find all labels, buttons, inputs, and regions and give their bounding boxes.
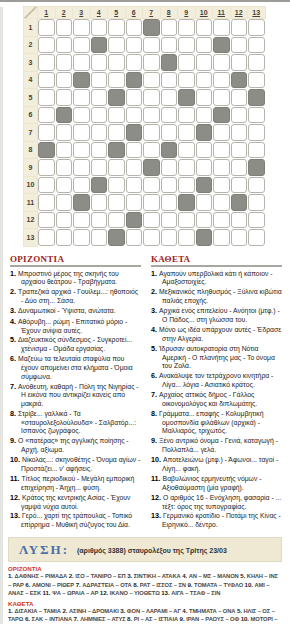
clue-number: 13.: [151, 511, 163, 520]
grid-cell[interactable]: [248, 72, 265, 89]
blocked-cell: [91, 177, 108, 194]
grid-cell[interactable]: [143, 177, 160, 194]
grid-cell[interactable]: [213, 229, 230, 246]
blocked-cell: [143, 19, 160, 36]
grid-cell[interactable]: [108, 212, 125, 229]
grid-cell[interactable]: [161, 159, 178, 176]
clue-item: 3. Αρχικά ενός επιτελείου - Ανόητοι (μτφ…: [151, 307, 282, 324]
blocked-cell: [231, 194, 248, 211]
blocked-cell: [161, 54, 178, 71]
clue-number: 5.: [151, 344, 159, 353]
grid-cell[interactable]: [108, 54, 125, 71]
solution-entry-number: 12.: [100, 589, 110, 596]
blocked-cell: [126, 212, 143, 229]
grid-cell[interactable]: [231, 54, 248, 71]
clue-item: 5. Ίδρυσαν αυτοκρατορία στη Νότια Αμερικ…: [151, 345, 282, 371]
grid-cell[interactable]: [38, 19, 55, 36]
solution-across-header: ΟΡΙΖΟΝΤΙΑ: [8, 565, 282, 572]
clue-number: 6.: [10, 354, 18, 363]
solution-entry-number: 8.: [127, 615, 134, 622]
blocked-cell: [73, 194, 90, 211]
solution-banner: ΛΥΣΗ: (αριθμός 3388) σταυρολέξου της Τρί…: [8, 537, 282, 562]
grid-cell[interactable]: [108, 194, 125, 211]
grid-cell[interactable]: [248, 54, 265, 71]
clue-item: 8. Στρίβε... γαλλικά - Τα «σταυρολεξολού…: [10, 410, 141, 436]
grid-cell[interactable]: [143, 229, 160, 246]
clue-number: 1.: [10, 269, 18, 278]
solution-down-text: 1. ΔΙΣΑΚΙΑ – ΤΑΜΙΑ 2. ΑΣΙΝΗ – ΔΡΟΜΑΚΙ 3.…: [8, 607, 282, 624]
grid-cell[interactable]: [56, 212, 73, 229]
grid-cell[interactable]: [108, 107, 125, 124]
row-label: 7: [24, 124, 37, 141]
grid-cell[interactable]: [73, 37, 90, 54]
grid-cell[interactable]: [178, 177, 195, 194]
grid-cell[interactable]: [108, 159, 125, 176]
solution-entry-number: 6.: [25, 581, 32, 588]
solution-note: (αριθμός 3388) σταυρολέξου της Τρίτης 23…: [77, 547, 227, 554]
row-label: 9: [24, 159, 37, 176]
grid-cell[interactable]: [56, 89, 73, 106]
clue-item: 1. Αγαπούν υπερβολικά κάτι ή κάποιον - Α…: [151, 270, 282, 287]
grid-cell[interactable]: [56, 177, 73, 194]
grid-cell[interactable]: [91, 159, 108, 176]
grid-cell[interactable]: [161, 177, 178, 194]
grid-cell[interactable]: [91, 229, 108, 246]
grid-cell[interactable]: [126, 194, 143, 211]
grid-cell[interactable]: [143, 89, 160, 106]
col-label: 13: [248, 7, 265, 18]
blocked-cell: [213, 37, 230, 54]
clue-number: 11.: [10, 474, 22, 483]
grid-cell[interactable]: [248, 194, 265, 211]
grid-cell[interactable]: [91, 142, 108, 159]
col-label: 3: [73, 7, 90, 18]
clue-item: 6. Μαζεύω τα τελευταία σταφύλια που έχου…: [10, 355, 141, 381]
grid-cell[interactable]: [126, 37, 143, 54]
grid-cell[interactable]: [213, 177, 230, 194]
blocked-cell: [38, 142, 55, 159]
clue-number: 2.: [151, 287, 159, 296]
clue-item: 4. Μόνο ως ιδέα υπάρχουν αυτές - Έδρασε …: [151, 326, 282, 343]
grid-cell[interactable]: [161, 229, 178, 246]
grid-cell[interactable]: [248, 177, 265, 194]
grid-cell[interactable]: [56, 142, 73, 159]
solution-entry-number: 2.: [62, 607, 69, 614]
grid-cell[interactable]: [143, 212, 160, 229]
clue-item: 4. Αθόρυβη... ρώμη - Επιτατικό μόριο - Έ…: [10, 318, 141, 335]
grid-cell[interactable]: [248, 37, 265, 54]
grid-cell[interactable]: [73, 177, 90, 194]
grid-cell[interactable]: [56, 72, 73, 89]
grid-cell[interactable]: [126, 177, 143, 194]
grid-cell[interactable]: [161, 89, 178, 106]
grid-cell[interactable]: [73, 89, 90, 106]
clue-number: 9.: [10, 436, 18, 445]
clue-item: 7. Ανόθευτη, καθαρή - Πόλη της Νιγηρίας …: [10, 383, 141, 409]
grid-cell[interactable]: [126, 89, 143, 106]
solution-entry-number: 5.: [240, 572, 247, 579]
grid-cell[interactable]: [108, 37, 125, 54]
solution-entry-number: 7.: [76, 581, 83, 588]
solution-entry-number: 8.: [133, 581, 140, 588]
col-label: 11: [213, 7, 230, 18]
grid-cell[interactable]: [196, 159, 213, 176]
grid-cell[interactable]: [213, 54, 230, 71]
row-label: 4: [24, 72, 37, 89]
clue-item: 12. Κράτος της κεντρικής Ασίας - Έχουν γ…: [10, 494, 141, 511]
grid-cell[interactable]: [248, 107, 265, 124]
clues-section: ΟΡΙΖΟΝΤΙΑ 1. Μπροστινό μέρος της σκηνής …: [0, 246, 290, 532]
col-label: 9: [178, 7, 195, 18]
clue-number: 5.: [10, 335, 18, 344]
down-section: ΚΑΘΕΤΑ 1. Αγαπούν υπερβολικά κάτι ή κάπο…: [151, 254, 282, 532]
solution-label: ΛΥΣΗ:: [19, 542, 69, 558]
solution-entry-number: 4.: [182, 607, 189, 614]
grid-cell[interactable]: [73, 107, 90, 124]
clue-number: 12.: [10, 493, 22, 502]
grid-cell[interactable]: [213, 89, 230, 106]
blocked-cell: [213, 107, 230, 124]
solution-entry-number: 11.: [43, 589, 53, 596]
clue-number: 1.: [151, 269, 159, 278]
grid-cell[interactable]: [38, 177, 55, 194]
grid-cell[interactable]: [108, 124, 125, 141]
col-label: 6: [126, 7, 143, 18]
row-label: 2: [24, 37, 37, 54]
grid-cell[interactable]: [231, 124, 248, 141]
row-label: 8: [24, 142, 37, 159]
grid-cell[interactable]: [56, 194, 73, 211]
blocked-cell: [108, 229, 125, 246]
solution-entry-number: 9.: [180, 615, 187, 622]
clue-item: 3. Δυναμωτικοί - Ύψιστα, ανώτατα.: [10, 307, 141, 316]
grid-cell[interactable]: [126, 19, 143, 36]
blocked-cell: [91, 37, 108, 54]
blocked-cell: [248, 89, 265, 106]
grid-cell[interactable]: [56, 229, 73, 246]
grid-cell[interactable]: [143, 37, 160, 54]
solution-across-text: 1. ΔΑΦΝΗΣ – ΡΙΜΑΔΑ 2. ΙΣΟ – ΤΑΝΙΡΟ – ΕΠ …: [8, 572, 282, 598]
grid-cell[interactable]: [56, 159, 73, 176]
grid-cell[interactable]: [178, 107, 195, 124]
grid-cell[interactable]: [91, 89, 108, 106]
grid-cell[interactable]: [196, 72, 213, 89]
row-label: 5: [24, 89, 37, 106]
clue-number: 2.: [10, 287, 18, 296]
row-label: 13: [24, 229, 37, 246]
solution-entry-number: 6.: [25, 615, 32, 622]
col-label: 7: [143, 7, 160, 18]
grid-cell[interactable]: [73, 159, 90, 176]
solution-down-header: ΚΑΘΕΤΑ: [8, 600, 282, 607]
clue-number: 4.: [10, 317, 18, 326]
grid-cell[interactable]: [91, 72, 108, 89]
grid-corner: [24, 7, 37, 18]
clue-number: 13.: [10, 511, 22, 520]
grid-cell[interactable]: [38, 72, 55, 89]
grid-cell[interactable]: [196, 37, 213, 54]
grid-cell[interactable]: [196, 142, 213, 159]
row-label: 6: [24, 107, 37, 124]
blocked-cell: [161, 142, 178, 159]
grid-cell[interactable]: [248, 19, 265, 36]
blocked-cell: [178, 194, 195, 211]
grid-cell[interactable]: [143, 142, 160, 159]
clue-item: 11. Τίτλος περιοδικού - Μεγάλη εμπορική …: [10, 475, 141, 492]
grid-cell[interactable]: [38, 54, 55, 71]
grid-cell[interactable]: [108, 177, 125, 194]
grid-cell[interactable]: [231, 177, 248, 194]
grid-cell[interactable]: [213, 194, 230, 211]
clue-number: 8.: [10, 409, 18, 418]
solution-entry-number: 1.: [8, 572, 15, 579]
grid-cell[interactable]: [161, 37, 178, 54]
blocked-cell: [56, 107, 73, 124]
grid-cell[interactable]: [38, 159, 55, 176]
clue-item: 8. Γράμματα... επαφής - Κολυμβητική ομοσ…: [151, 410, 282, 436]
clue-number: 8.: [151, 409, 159, 418]
solution-entry-number: 7.: [74, 615, 81, 622]
blocked-cell: [196, 124, 213, 141]
clue-number: 10.: [151, 455, 163, 464]
down-clue-list: 1. Αγαπούν υπερβολικά κάτι ή κάποιον - Α…: [151, 270, 282, 530]
grid-cell[interactable]: [231, 19, 248, 36]
grid-cell[interactable]: [161, 124, 178, 141]
grid-cell[interactable]: [91, 54, 108, 71]
clue-item: 11. Βαβυλώνιος ερμηνευτής νόμων - Αξιοθα…: [151, 475, 282, 492]
col-label: 2: [56, 7, 73, 18]
row-label: 12: [24, 212, 37, 229]
grid-cell[interactable]: [231, 142, 248, 159]
blocked-cell: [178, 89, 195, 106]
grid-cell[interactable]: [161, 19, 178, 36]
solution-entry-number: 4.: [182, 572, 189, 579]
clue-number: 7.: [151, 390, 159, 399]
blocked-cell: [248, 159, 265, 176]
grid-cell[interactable]: [56, 19, 73, 36]
grid-cell[interactable]: [248, 229, 265, 246]
clue-number: 4.: [151, 325, 159, 334]
clue-item: 12. Ο αριθμός 16 - Ενόχληση, φασαρία - .…: [151, 494, 282, 511]
grid-cell[interactable]: [213, 142, 230, 159]
grid-cell[interactable]: [91, 124, 108, 141]
grid-cell[interactable]: [248, 212, 265, 229]
grid-cell[interactable]: [38, 229, 55, 246]
clue-item: 1. Μπροστινό μέρος της σκηνής του αρχαίο…: [10, 270, 141, 287]
grid-cell[interactable]: [178, 212, 195, 229]
grid-cell[interactable]: [213, 19, 230, 36]
clue-number: 9.: [151, 436, 159, 445]
solution-entry-number: 3.: [127, 572, 134, 579]
grid-cell[interactable]: [38, 89, 55, 106]
grid-cell[interactable]: [126, 54, 143, 71]
grid-cell[interactable]: [143, 54, 160, 71]
grid-cell[interactable]: [143, 72, 160, 89]
clue-item: 6. Ανακάλυψε τον τετράχρονο κινητήρα - Λ…: [151, 372, 282, 389]
grid-cell[interactable]: [213, 212, 230, 229]
across-section: ΟΡΙΖΟΝΤΙΑ 1. Μπροστινό μέρος της σκηνής …: [10, 254, 141, 532]
clue-number: 3.: [151, 306, 159, 315]
grid-cell[interactable]: [196, 54, 213, 71]
clue-item: 13. Γερμανικό κρατίδιο - Ποτάμι της Κίνα…: [151, 512, 282, 529]
clue-item: 10. Αποτελειώνω (μτφ.) - Άφωνοι... ταγοί…: [151, 456, 282, 473]
grid-cell[interactable]: [126, 107, 143, 124]
grid-cell[interactable]: [231, 159, 248, 176]
grid-cell[interactable]: [196, 212, 213, 229]
clue-number: 12.: [151, 493, 163, 502]
grid-cell[interactable]: [143, 124, 160, 141]
grid-cell[interactable]: [38, 107, 55, 124]
col-label: 10: [196, 7, 213, 18]
blocked-cell: [143, 159, 160, 176]
grid-cell[interactable]: [196, 107, 213, 124]
grid-cell[interactable]: [248, 142, 265, 159]
grid-cell[interactable]: [178, 229, 195, 246]
across-clue-list: 1. Μπροστινό μέρος της σκηνής του αρχαίο…: [10, 270, 141, 530]
grid-cell[interactable]: [178, 19, 195, 36]
col-label: 1: [38, 7, 55, 18]
grid-cell[interactable]: [56, 124, 73, 141]
clue-number: 11.: [151, 474, 163, 483]
col-label: 8: [161, 7, 178, 18]
clue-number: 10.: [10, 455, 22, 464]
solution-entry-number: 10.: [241, 615, 251, 622]
solution-entry-number: 9.: [187, 581, 194, 588]
grid-cell[interactable]: [231, 229, 248, 246]
grid-cell[interactable]: [161, 194, 178, 211]
clue-item: 10. Νίκολας...: σκηνοθέτης - Όνομα αγίων…: [10, 456, 141, 473]
grid-cell[interactable]: [178, 124, 195, 141]
grid-cell[interactable]: [143, 107, 160, 124]
grid-cell[interactable]: [91, 212, 108, 229]
grid-cell[interactable]: [196, 194, 213, 211]
across-header: ΟΡΙΖΟΝΤΙΑ: [10, 254, 141, 267]
clue-item: 13. Γερό... χαρτί της τράπουλας - Τοπικό…: [10, 512, 141, 529]
grid-cell[interactable]: [38, 194, 55, 211]
row-label: 3: [24, 54, 37, 71]
grid-cell[interactable]: [178, 37, 195, 54]
grid-cell[interactable]: [196, 89, 213, 106]
solution-entry-number: 3.: [120, 607, 127, 614]
grid-cell[interactable]: [56, 54, 73, 71]
grid-cell[interactable]: [91, 19, 108, 36]
grid-cell[interactable]: [126, 159, 143, 176]
solution-entry-number: 10.: [245, 581, 255, 588]
col-label: 4: [91, 7, 108, 18]
row-label: 11: [24, 194, 37, 211]
grid-cell[interactable]: [108, 19, 125, 36]
grid-cell[interactable]: [196, 19, 213, 36]
blocked-cell: [108, 142, 125, 159]
grid-cell[interactable]: [73, 142, 90, 159]
clue-item: 9. Ο «πατέρας» της αγγλικής ποίησης - Αρ…: [10, 437, 141, 454]
grid-cell[interactable]: [178, 142, 195, 159]
grid-cell[interactable]: [38, 37, 55, 54]
row-label: 10: [24, 177, 37, 194]
grid-cell[interactable]: [248, 124, 265, 141]
grid-cell[interactable]: [161, 107, 178, 124]
blocked-cell: [196, 229, 213, 246]
grid-cell[interactable]: [143, 194, 160, 211]
grid-cell[interactable]: [178, 72, 195, 89]
row-label: 1: [24, 19, 37, 36]
grid-cell[interactable]: [161, 72, 178, 89]
blocked-cell: [126, 72, 143, 89]
crossword-grid: 1234567891011121312345678910111213: [24, 7, 290, 246]
clue-number: 7.: [10, 382, 18, 391]
grid-cell[interactable]: [231, 37, 248, 54]
grid-cell[interactable]: [73, 212, 90, 229]
solution-entry-number: 1.: [8, 607, 15, 614]
col-label: 12: [231, 7, 248, 18]
clue-item: 9. Ξένο αντρικό όνομα - Γενιά, καταγωγή …: [151, 437, 282, 454]
grid-cell[interactable]: [178, 159, 195, 176]
clue-item: 5. Διαζευκτικός σύνδεσμος - Συγκροτεί...…: [10, 336, 141, 353]
grid-cell[interactable]: [161, 212, 178, 229]
clue-item: 7. Αρχαίος αττικός δήμος - Γάλλος οικονο…: [151, 391, 282, 408]
grid-cell[interactable]: [126, 142, 143, 159]
blocked-cell: [126, 124, 143, 141]
grid-cell[interactable]: [73, 19, 90, 36]
grid-cell[interactable]: [213, 72, 230, 89]
crossword-page: 1234567891011121312345678910111213 ΟΡΙΖΟ…: [0, 7, 290, 624]
grid-cell[interactable]: [108, 72, 125, 89]
clue-item: 2. Τραπεζικά αρχικά - Γουίλεμ...: ηθοποι…: [10, 288, 141, 305]
clue-number: 6.: [151, 371, 159, 380]
solution-entry-number: 2.: [69, 572, 76, 579]
grid-cell[interactable]: [38, 124, 55, 141]
grid-cell[interactable]: [231, 212, 248, 229]
grid-cell[interactable]: [213, 159, 230, 176]
grid-cell[interactable]: [73, 54, 90, 71]
grid-cell[interactable]: [73, 124, 90, 141]
solution-section: ΟΡΙΖΟΝΤΙΑ 1. ΔΑΦΝΗΣ – ΡΙΜΑΔΑ 2. ΙΣΟ – ΤΑ…: [0, 565, 290, 624]
solution-entry-number: 13.: [161, 589, 171, 596]
blocked-cell: [108, 89, 125, 106]
down-header: ΚΑΘΕΤΑ: [151, 254, 282, 267]
grid-cell[interactable]: [56, 37, 73, 54]
grid-cell[interactable]: [178, 54, 195, 71]
grid-cell[interactable]: [91, 194, 108, 211]
clue-item: 2. Μεξικανικός πληθυσμός - Ξύλινα κιβώτι…: [151, 288, 282, 305]
grid-cell[interactable]: [38, 212, 55, 229]
solution-entry-number: 5.: [237, 607, 244, 614]
grid-cell[interactable]: [73, 229, 90, 246]
blocked-cell: [231, 72, 248, 89]
col-label: 5: [108, 7, 125, 18]
grid-cell[interactable]: [231, 107, 248, 124]
grid-cell[interactable]: [231, 89, 248, 106]
blocked-cell: [196, 177, 213, 194]
grid-cell[interactable]: [91, 107, 108, 124]
grid-cell[interactable]: [213, 124, 230, 141]
clue-number: 3.: [10, 306, 18, 315]
blocked-cell: [73, 72, 90, 89]
grid-cell[interactable]: [126, 229, 143, 246]
